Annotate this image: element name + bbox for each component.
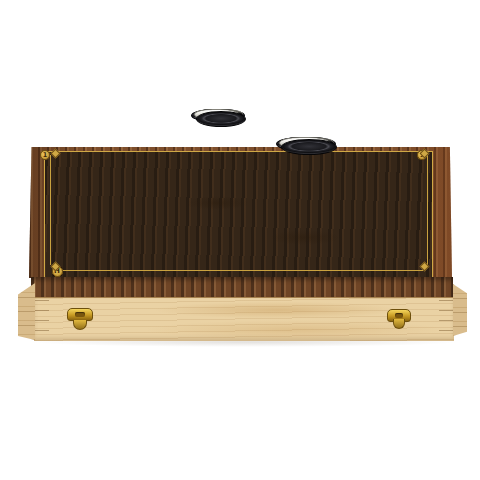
latch-slot (395, 313, 403, 318)
finger-joint-end-left (18, 283, 35, 340)
playing-area (57, 155, 423, 265)
file-coordinates-strip: ABCDEFGH (57, 265, 423, 277)
brass-latch-left (67, 308, 93, 330)
stack-shadow (270, 230, 340, 245)
rank-label-1: 1 (40, 150, 50, 160)
latch-hook (73, 320, 87, 330)
brass-latch-right (387, 309, 411, 329)
product-photo-checkers-box: ABCDEFGH 4321 4321 (0, 0, 480, 480)
latch-hook (393, 319, 405, 329)
stack-shadow (185, 196, 249, 210)
lid-edge-veneer (31, 277, 453, 297)
finger-joint-end-right (453, 284, 467, 336)
checker-top-face-black (196, 111, 246, 127)
rank-coordinates-right: 4321 (422, 155, 434, 265)
walnut-border: ABCDEFGH 4321 4321 (44, 151, 433, 278)
latch-slot (75, 312, 85, 317)
rank-coordinates-left: 4321 (45, 155, 57, 265)
board-lid-top: ABCDEFGH 4321 4321 (29, 147, 452, 278)
checker-top-face-black (281, 139, 337, 155)
